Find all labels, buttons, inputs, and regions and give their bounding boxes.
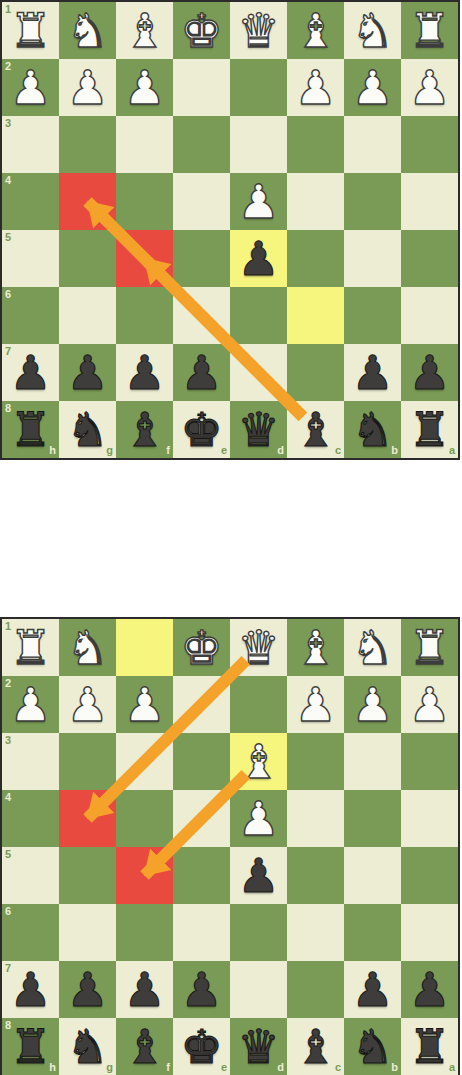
square-c5[interactable] bbox=[287, 847, 344, 904]
square-e6[interactable] bbox=[173, 904, 230, 961]
square-d5[interactable]: ♟ bbox=[230, 230, 287, 287]
square-b5[interactable] bbox=[344, 230, 401, 287]
file-label-a: a bbox=[449, 445, 455, 456]
square-f3[interactable] bbox=[116, 733, 173, 790]
square-b4[interactable] bbox=[344, 790, 401, 847]
square-h6[interactable]: 6 bbox=[2, 287, 59, 344]
square-e3[interactable] bbox=[173, 733, 230, 790]
rank-label-7: 7 bbox=[5, 963, 11, 974]
rank-label-6: 6 bbox=[5, 906, 11, 917]
square-d3[interactable]: ♝ bbox=[230, 733, 287, 790]
square-e4[interactable] bbox=[173, 173, 230, 230]
black-pawn[interactable]: ♟ bbox=[230, 230, 287, 287]
square-g7[interactable]: ♟ bbox=[59, 344, 116, 401]
square-f5[interactable] bbox=[116, 847, 173, 904]
square-e8[interactable]: ♚e bbox=[173, 1018, 230, 1075]
square-e1[interactable]: ♚ bbox=[173, 619, 230, 676]
file-label-c: c bbox=[335, 1062, 341, 1073]
square-e7[interactable]: ♟ bbox=[173, 344, 230, 401]
square-h2[interactable]: ♟2 bbox=[2, 59, 59, 116]
file-label-b: b bbox=[391, 1062, 398, 1073]
square-h5[interactable]: 5 bbox=[2, 847, 59, 904]
rank-label-8: 8 bbox=[5, 403, 11, 414]
square-g3[interactable] bbox=[59, 733, 116, 790]
square-a8[interactable]: ♜a bbox=[401, 1018, 458, 1075]
rank-label-4: 4 bbox=[5, 175, 11, 186]
square-e1[interactable]: ♚ bbox=[173, 2, 230, 59]
square-f7[interactable]: ♟ bbox=[116, 961, 173, 1018]
square-g4[interactable] bbox=[59, 790, 116, 847]
square-d2[interactable] bbox=[230, 59, 287, 116]
square-f2[interactable]: ♟ bbox=[116, 676, 173, 733]
square-b5[interactable] bbox=[344, 847, 401, 904]
square-d2[interactable] bbox=[230, 676, 287, 733]
black-pawn[interactable]: ♟ bbox=[401, 961, 458, 1018]
square-d6[interactable] bbox=[230, 904, 287, 961]
rank-label-1: 1 bbox=[5, 4, 11, 15]
square-g1[interactable]: ♞ bbox=[59, 2, 116, 59]
square-a4[interactable] bbox=[401, 790, 458, 847]
white-pawn[interactable]: ♟ bbox=[59, 59, 116, 116]
white-pawn[interactable]: ♟ bbox=[230, 790, 287, 847]
white-rook[interactable]: ♜ bbox=[401, 2, 458, 59]
square-c7[interactable] bbox=[287, 344, 344, 401]
white-pawn[interactable]: ♟ bbox=[230, 173, 287, 230]
black-pawn[interactable]: ♟ bbox=[401, 344, 458, 401]
square-g6[interactable] bbox=[59, 287, 116, 344]
square-b1[interactable]: ♞ bbox=[344, 619, 401, 676]
square-h8[interactable]: ♜8h bbox=[2, 1018, 59, 1075]
white-pawn[interactable]: ♟ bbox=[287, 676, 344, 733]
square-b8[interactable]: ♞b bbox=[344, 401, 401, 458]
square-a1[interactable]: ♜ bbox=[401, 619, 458, 676]
square-e7[interactable]: ♟ bbox=[173, 961, 230, 1018]
square-g8[interactable]: ♞g bbox=[59, 401, 116, 458]
square-b3[interactable] bbox=[344, 733, 401, 790]
square-a3[interactable] bbox=[401, 116, 458, 173]
rank-label-2: 2 bbox=[5, 61, 11, 72]
square-e8[interactable]: ♚e bbox=[173, 401, 230, 458]
white-pawn[interactable]: ♟ bbox=[344, 59, 401, 116]
black-bishop[interactable]: ♝ bbox=[116, 401, 173, 458]
square-e6[interactable] bbox=[173, 287, 230, 344]
file-label-a: a bbox=[449, 1062, 455, 1073]
square-g5[interactable] bbox=[59, 847, 116, 904]
square-b6[interactable] bbox=[344, 287, 401, 344]
square-a2[interactable]: ♟ bbox=[401, 676, 458, 733]
rank-label-3: 3 bbox=[5, 735, 11, 746]
white-pawn[interactable]: ♟ bbox=[401, 676, 458, 733]
square-d4[interactable]: ♟ bbox=[230, 790, 287, 847]
square-d5[interactable]: ♟ bbox=[230, 847, 287, 904]
board-2-grid: ♜1♞♚♛♝♞♜♟2♟♟♟♟♟3♝4♟5♟6♟7♟♟♟♟♟♜8h♞g♝f♚e♛d… bbox=[2, 619, 458, 1075]
black-pawn[interactable]: ♟ bbox=[173, 344, 230, 401]
rank-label-8: 8 bbox=[5, 1020, 11, 1031]
white-bishop[interactable]: ♝ bbox=[116, 2, 173, 59]
square-h1[interactable]: ♜1 bbox=[2, 619, 59, 676]
square-g3[interactable] bbox=[59, 116, 116, 173]
square-c1[interactable]: ♝ bbox=[287, 619, 344, 676]
file-label-h: h bbox=[49, 1062, 56, 1073]
board-1: ♜1♞♝♚♛♝♞♜♟2♟♟♟♟♟34♟5♟6♟7♟♟♟♟♟♜8h♞g♝f♚e♛d… bbox=[0, 0, 460, 460]
square-c6[interactable] bbox=[287, 904, 344, 961]
square-h8[interactable]: ♜8h bbox=[2, 401, 59, 458]
white-bishop[interactable]: ♝ bbox=[230, 733, 287, 790]
file-label-e: e bbox=[221, 1062, 227, 1073]
square-e4[interactable] bbox=[173, 790, 230, 847]
black-pawn[interactable]: ♟ bbox=[344, 961, 401, 1018]
square-d4[interactable]: ♟ bbox=[230, 173, 287, 230]
square-g5[interactable] bbox=[59, 230, 116, 287]
white-pawn[interactable]: ♟ bbox=[116, 59, 173, 116]
white-king[interactable]: ♚ bbox=[173, 2, 230, 59]
square-a7[interactable]: ♟ bbox=[401, 961, 458, 1018]
white-knight[interactable]: ♞ bbox=[344, 619, 401, 676]
black-pawn[interactable]: ♟ bbox=[344, 344, 401, 401]
square-d3[interactable] bbox=[230, 116, 287, 173]
square-b4[interactable] bbox=[344, 173, 401, 230]
square-d6[interactable] bbox=[230, 287, 287, 344]
rank-label-5: 5 bbox=[5, 849, 11, 860]
file-label-b: b bbox=[391, 445, 398, 456]
square-e5[interactable] bbox=[173, 230, 230, 287]
square-b7[interactable]: ♟ bbox=[344, 961, 401, 1018]
square-a6[interactable] bbox=[401, 287, 458, 344]
square-f6[interactable] bbox=[116, 904, 173, 961]
white-bishop[interactable]: ♝ bbox=[287, 619, 344, 676]
square-f8[interactable]: ♝f bbox=[116, 401, 173, 458]
white-bishop[interactable]: ♝ bbox=[287, 2, 344, 59]
white-pawn[interactable]: ♟ bbox=[116, 676, 173, 733]
square-f4[interactable] bbox=[116, 173, 173, 230]
square-h4[interactable]: 4 bbox=[2, 790, 59, 847]
square-c8[interactable]: ♝c bbox=[287, 401, 344, 458]
square-f8[interactable]: ♝f bbox=[116, 1018, 173, 1075]
file-label-f: f bbox=[166, 445, 170, 456]
square-e2[interactable] bbox=[173, 59, 230, 116]
file-label-c: c bbox=[335, 445, 341, 456]
file-label-g: g bbox=[106, 1062, 113, 1073]
white-queen[interactable]: ♛ bbox=[230, 2, 287, 59]
square-a8[interactable]: ♜a bbox=[401, 401, 458, 458]
white-queen[interactable]: ♛ bbox=[230, 619, 287, 676]
square-f1[interactable]: ♝ bbox=[116, 2, 173, 59]
rank-label-7: 7 bbox=[5, 346, 11, 357]
square-g4[interactable] bbox=[59, 173, 116, 230]
square-d7[interactable] bbox=[230, 961, 287, 1018]
file-label-d: d bbox=[277, 445, 284, 456]
black-pawn[interactable]: ♟ bbox=[59, 961, 116, 1018]
square-e3[interactable] bbox=[173, 116, 230, 173]
square-g2[interactable]: ♟ bbox=[59, 676, 116, 733]
square-d1[interactable]: ♛ bbox=[230, 619, 287, 676]
black-pawn[interactable]: ♟ bbox=[230, 847, 287, 904]
square-a7[interactable]: ♟ bbox=[401, 344, 458, 401]
square-h3[interactable]: 3 bbox=[2, 733, 59, 790]
black-pawn[interactable]: ♟ bbox=[116, 344, 173, 401]
square-h4[interactable]: 4 bbox=[2, 173, 59, 230]
square-b7[interactable]: ♟ bbox=[344, 344, 401, 401]
square-a5[interactable] bbox=[401, 230, 458, 287]
square-b1[interactable]: ♞ bbox=[344, 2, 401, 59]
black-pawn[interactable]: ♟ bbox=[173, 961, 230, 1018]
square-h7[interactable]: ♟7 bbox=[2, 961, 59, 1018]
square-c3[interactable] bbox=[287, 116, 344, 173]
white-pawn[interactable]: ♟ bbox=[344, 676, 401, 733]
square-d8[interactable]: ♛d bbox=[230, 1018, 287, 1075]
square-c4[interactable] bbox=[287, 173, 344, 230]
square-c3[interactable] bbox=[287, 733, 344, 790]
white-pawn[interactable]: ♟ bbox=[287, 59, 344, 116]
square-h7[interactable]: ♟7 bbox=[2, 344, 59, 401]
rank-label-6: 6 bbox=[5, 289, 11, 300]
file-label-d: d bbox=[277, 1062, 284, 1073]
file-label-g: g bbox=[106, 445, 113, 456]
board-2: ♜1♞♚♛♝♞♜♟2♟♟♟♟♟3♝4♟5♟6♟7♟♟♟♟♟♜8h♞g♝f♚e♛d… bbox=[0, 617, 460, 1075]
square-a4[interactable] bbox=[401, 173, 458, 230]
board-1-grid: ♜1♞♝♚♛♝♞♜♟2♟♟♟♟♟34♟5♟6♟7♟♟♟♟♟♜8h♞g♝f♚e♛d… bbox=[2, 2, 458, 458]
rank-label-1: 1 bbox=[5, 621, 11, 632]
square-h5[interactable]: 5 bbox=[2, 230, 59, 287]
square-f1[interactable] bbox=[116, 619, 173, 676]
square-b8[interactable]: ♞b bbox=[344, 1018, 401, 1075]
white-king[interactable]: ♚ bbox=[173, 619, 230, 676]
white-knight[interactable]: ♞ bbox=[59, 619, 116, 676]
square-h2[interactable]: ♟2 bbox=[2, 676, 59, 733]
file-label-f: f bbox=[166, 1062, 170, 1073]
rank-label-2: 2 bbox=[5, 678, 11, 689]
square-g1[interactable]: ♞ bbox=[59, 619, 116, 676]
square-c7[interactable] bbox=[287, 961, 344, 1018]
white-knight[interactable]: ♞ bbox=[344, 2, 401, 59]
square-a3[interactable] bbox=[401, 733, 458, 790]
black-bishop[interactable]: ♝ bbox=[116, 1018, 173, 1075]
white-rook[interactable]: ♜ bbox=[401, 619, 458, 676]
square-h6[interactable]: 6 bbox=[2, 904, 59, 961]
rank-label-5: 5 bbox=[5, 232, 11, 243]
square-a6[interactable] bbox=[401, 904, 458, 961]
square-h1[interactable]: ♜1 bbox=[2, 2, 59, 59]
black-pawn[interactable]: ♟ bbox=[59, 344, 116, 401]
white-knight[interactable]: ♞ bbox=[59, 2, 116, 59]
square-g8[interactable]: ♞g bbox=[59, 1018, 116, 1075]
square-g6[interactable] bbox=[59, 904, 116, 961]
square-f6[interactable] bbox=[116, 287, 173, 344]
square-c2[interactable]: ♟ bbox=[287, 676, 344, 733]
square-a5[interactable] bbox=[401, 847, 458, 904]
black-pawn[interactable]: ♟ bbox=[116, 961, 173, 1018]
white-pawn[interactable]: ♟ bbox=[401, 59, 458, 116]
square-d8[interactable]: ♛d bbox=[230, 401, 287, 458]
rank-label-4: 4 bbox=[5, 792, 11, 803]
square-c2[interactable]: ♟ bbox=[287, 59, 344, 116]
square-a2[interactable]: ♟ bbox=[401, 59, 458, 116]
square-c6[interactable] bbox=[287, 287, 344, 344]
file-label-h: h bbox=[49, 445, 56, 456]
square-c8[interactable]: ♝c bbox=[287, 1018, 344, 1075]
square-b2[interactable]: ♟ bbox=[344, 676, 401, 733]
square-c1[interactable]: ♝ bbox=[287, 2, 344, 59]
square-h3[interactable]: 3 bbox=[2, 116, 59, 173]
file-label-e: e bbox=[221, 445, 227, 456]
square-a1[interactable]: ♜ bbox=[401, 2, 458, 59]
square-f4[interactable] bbox=[116, 790, 173, 847]
square-c4[interactable] bbox=[287, 790, 344, 847]
square-f3[interactable] bbox=[116, 116, 173, 173]
square-e5[interactable] bbox=[173, 847, 230, 904]
square-g2[interactable]: ♟ bbox=[59, 59, 116, 116]
white-pawn[interactable]: ♟ bbox=[59, 676, 116, 733]
square-f5[interactable] bbox=[116, 230, 173, 287]
square-d1[interactable]: ♛ bbox=[230, 2, 287, 59]
rank-label-3: 3 bbox=[5, 118, 11, 129]
square-e2[interactable] bbox=[173, 676, 230, 733]
square-b3[interactable] bbox=[344, 116, 401, 173]
square-f7[interactable]: ♟ bbox=[116, 344, 173, 401]
square-d7[interactable] bbox=[230, 344, 287, 401]
square-g7[interactable]: ♟ bbox=[59, 961, 116, 1018]
square-b6[interactable] bbox=[344, 904, 401, 961]
square-f2[interactable]: ♟ bbox=[116, 59, 173, 116]
square-c5[interactable] bbox=[287, 230, 344, 287]
square-b2[interactable]: ♟ bbox=[344, 59, 401, 116]
